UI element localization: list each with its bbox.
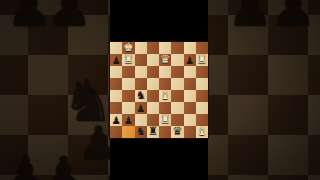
- square-f4[interactable]: [171, 90, 183, 102]
- square-c2[interactable]: [135, 114, 147, 126]
- black-pawn: ♟: [111, 115, 120, 126]
- square-h4[interactable]: [196, 90, 208, 102]
- video-frame: ♟♟♟♟♞♟♟♟ ♚♟♜♛♟♜♞♝♟♟♟♜♞♜♛♝: [0, 0, 320, 180]
- square-b7[interactable]: ♜: [122, 54, 134, 66]
- white-bishop: ♝: [160, 90, 170, 102]
- square-e2[interactable]: ♜: [159, 114, 171, 126]
- square-g2[interactable]: [184, 114, 196, 126]
- square-f6[interactable]: [171, 66, 183, 78]
- square-c7[interactable]: [135, 54, 147, 66]
- square-d8[interactable]: [147, 42, 159, 54]
- square-a1[interactable]: [110, 126, 122, 138]
- square-b3[interactable]: [122, 102, 134, 114]
- square-f3[interactable]: [171, 102, 183, 114]
- square-f8[interactable]: [171, 42, 183, 54]
- square-g8[interactable]: [184, 42, 196, 54]
- black-knight: ♞: [135, 90, 145, 102]
- square-a7[interactable]: ♟: [110, 54, 122, 66]
- white-bishop: ♝: [197, 126, 207, 138]
- black-pawn: ♟: [111, 55, 120, 66]
- square-b5[interactable]: [122, 78, 134, 90]
- square-f1[interactable]: ♛: [171, 126, 183, 138]
- white-queen: ♛: [160, 54, 170, 66]
- square-a5[interactable]: [110, 78, 122, 90]
- square-h3[interactable]: [196, 102, 208, 114]
- square-g4[interactable]: [184, 90, 196, 102]
- white-rook: ♜: [197, 54, 207, 66]
- square-g3[interactable]: [184, 102, 196, 114]
- square-b4[interactable]: [122, 90, 134, 102]
- white-king: ♚: [123, 42, 133, 54]
- square-c8[interactable]: [135, 42, 147, 54]
- square-c3[interactable]: ♟: [135, 102, 147, 114]
- square-h7[interactable]: ♜: [196, 54, 208, 66]
- square-e4[interactable]: ♝: [159, 90, 171, 102]
- square-a8[interactable]: [110, 42, 122, 54]
- square-h8[interactable]: [196, 42, 208, 54]
- square-e8[interactable]: [159, 42, 171, 54]
- black-pawn: ♟: [185, 55, 194, 66]
- square-c1[interactable]: ♞: [135, 126, 147, 138]
- square-d7[interactable]: [147, 54, 159, 66]
- square-e1[interactable]: [159, 126, 171, 138]
- square-d6[interactable]: [147, 66, 159, 78]
- black-pawn: ♟: [136, 103, 145, 114]
- black-knight: ♞: [135, 126, 145, 138]
- square-a2[interactable]: ♟: [110, 114, 122, 126]
- chess-board: ♚♟♜♛♟♜♞♝♟♟♟♜♞♜♛♝: [110, 42, 208, 138]
- square-h2[interactable]: [196, 114, 208, 126]
- square-e5[interactable]: [159, 78, 171, 90]
- square-g6[interactable]: [184, 66, 196, 78]
- square-g1[interactable]: [184, 126, 196, 138]
- white-rook: ♜: [160, 114, 170, 126]
- square-e7[interactable]: ♛: [159, 54, 171, 66]
- square-h5[interactable]: [196, 78, 208, 90]
- square-h6[interactable]: [196, 66, 208, 78]
- square-a6[interactable]: [110, 66, 122, 78]
- square-g5[interactable]: [184, 78, 196, 90]
- square-b2[interactable]: ♟: [122, 114, 134, 126]
- square-f5[interactable]: [171, 78, 183, 90]
- square-e6[interactable]: [159, 66, 171, 78]
- square-b1[interactable]: [122, 126, 134, 138]
- black-queen: ♛: [172, 126, 182, 138]
- square-g7[interactable]: ♟: [184, 54, 196, 66]
- square-b8[interactable]: ♚: [122, 42, 134, 54]
- square-e3[interactable]: [159, 102, 171, 114]
- square-b6[interactable]: [122, 66, 134, 78]
- square-f2[interactable]: [171, 114, 183, 126]
- square-f7[interactable]: [171, 54, 183, 66]
- square-c5[interactable]: [135, 78, 147, 90]
- square-c4[interactable]: ♞: [135, 90, 147, 102]
- square-c6[interactable]: [135, 66, 147, 78]
- square-d1[interactable]: ♜: [147, 126, 159, 138]
- black-rook: ♜: [148, 126, 158, 138]
- square-d3[interactable]: [147, 102, 159, 114]
- square-a3[interactable]: [110, 102, 122, 114]
- square-a4[interactable]: [110, 90, 122, 102]
- square-d5[interactable]: [147, 78, 159, 90]
- square-d2[interactable]: [147, 114, 159, 126]
- square-d4[interactable]: [147, 90, 159, 102]
- black-pawn: ♟: [124, 115, 133, 126]
- white-rook: ♜: [123, 54, 133, 66]
- square-h1[interactable]: ♝: [196, 126, 208, 138]
